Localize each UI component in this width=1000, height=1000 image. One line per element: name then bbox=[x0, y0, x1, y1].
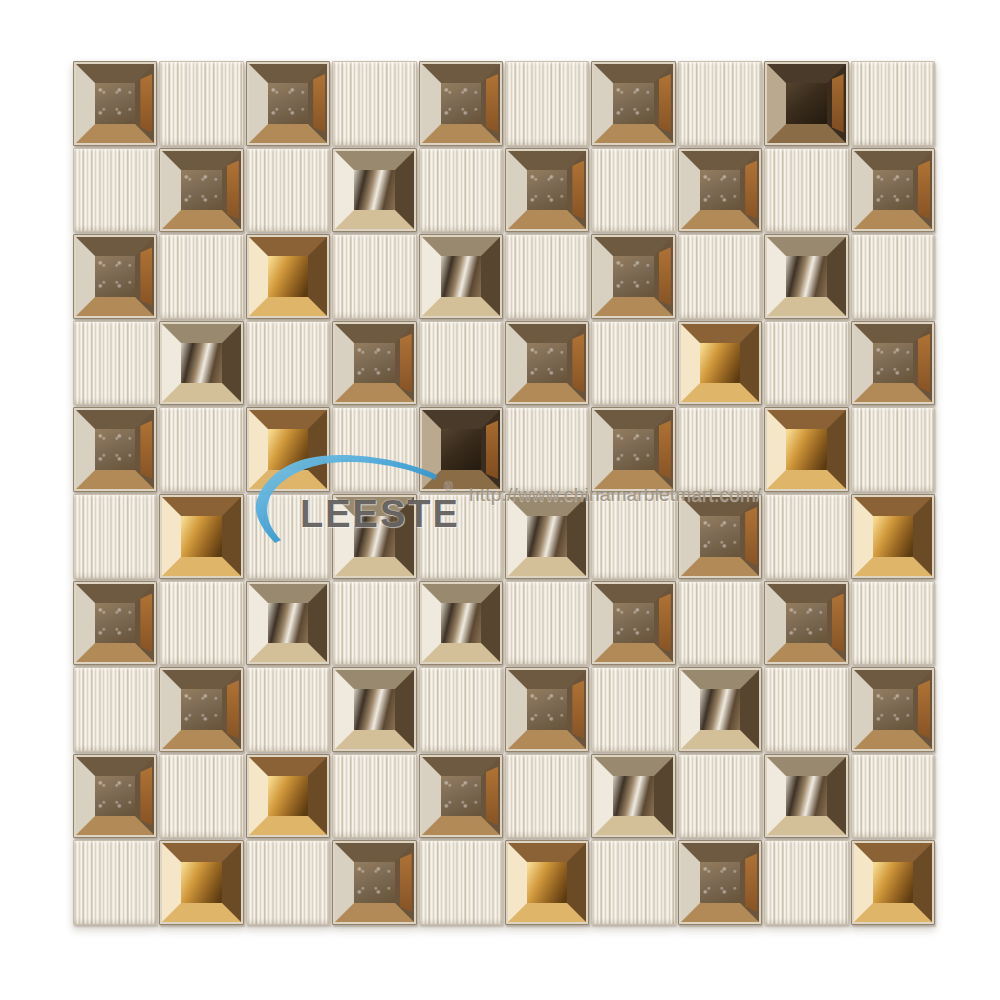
glass-face bbox=[700, 170, 740, 211]
glass-tile-r7c7 bbox=[591, 581, 675, 666]
metal-tile-r9c8 bbox=[678, 754, 762, 839]
metal-tile-r9c4 bbox=[332, 754, 416, 839]
glass-face bbox=[354, 343, 394, 384]
metal-tile-r3c2 bbox=[159, 234, 243, 319]
metal-tile-r5c2 bbox=[159, 407, 243, 492]
orange-reflection bbox=[140, 420, 152, 479]
glass-face bbox=[873, 170, 913, 211]
glass-tile-r3c9 bbox=[764, 234, 848, 319]
orange-reflection bbox=[140, 594, 152, 653]
glass-tile-r3c5 bbox=[419, 234, 503, 319]
orange-reflection bbox=[572, 161, 584, 220]
metal-tile-r7c10 bbox=[851, 581, 935, 666]
glass-face bbox=[95, 256, 135, 297]
orange-reflection bbox=[140, 767, 152, 826]
metal-tile-r2c7 bbox=[591, 148, 675, 233]
glass-tile-r9c9 bbox=[764, 754, 848, 839]
orange-reflection bbox=[400, 334, 412, 393]
glass-tile-r3c7 bbox=[591, 234, 675, 319]
glass-face bbox=[700, 689, 740, 730]
metal-tile-r7c6 bbox=[505, 581, 589, 666]
glass-tile-r7c1 bbox=[73, 581, 157, 666]
orange-reflection bbox=[745, 853, 757, 912]
glass-tile-r10c10 bbox=[851, 840, 935, 925]
glass-face bbox=[786, 256, 826, 297]
glass-tile-r6c10 bbox=[851, 494, 935, 579]
product-photo: LEESTE ® http://www.chinamarbletmart.com… bbox=[0, 0, 1000, 1000]
metal-tile-r2c5 bbox=[419, 148, 503, 233]
metal-tile-r3c10 bbox=[851, 234, 935, 319]
glass-face bbox=[268, 83, 308, 124]
glass-face bbox=[700, 862, 740, 903]
metal-tile-r10c3 bbox=[246, 840, 330, 925]
glass-tile-r8c10 bbox=[851, 667, 935, 752]
glass-face bbox=[181, 862, 221, 903]
orange-reflection bbox=[659, 247, 671, 306]
metal-tile-r3c6 bbox=[505, 234, 589, 319]
orange-reflection bbox=[400, 853, 412, 912]
metal-tile-r8c3 bbox=[246, 667, 330, 752]
glass-tile-r8c2 bbox=[159, 667, 243, 752]
metal-tile-r5c8 bbox=[678, 407, 762, 492]
glass-face bbox=[700, 343, 740, 384]
glass-tile-r10c4 bbox=[332, 840, 416, 925]
metal-tile-r1c4 bbox=[332, 61, 416, 146]
metal-tile-r4c7 bbox=[591, 321, 675, 406]
glass-face bbox=[268, 429, 308, 470]
orange-reflection bbox=[486, 420, 498, 479]
metal-tile-r1c6 bbox=[505, 61, 589, 146]
orange-reflection bbox=[572, 334, 584, 393]
glass-face bbox=[786, 603, 826, 644]
orange-reflection bbox=[227, 680, 239, 739]
metal-tile-r7c8 bbox=[678, 581, 762, 666]
glass-tile-r3c3 bbox=[246, 234, 330, 319]
glass-tile-r6c4 bbox=[332, 494, 416, 579]
glass-face bbox=[268, 603, 308, 644]
glass-face bbox=[873, 862, 913, 903]
glass-tile-r9c1 bbox=[73, 754, 157, 839]
orange-reflection bbox=[486, 767, 498, 826]
glass-face bbox=[441, 83, 481, 124]
metal-tile-r2c9 bbox=[764, 148, 848, 233]
glass-face bbox=[268, 256, 308, 297]
glass-face bbox=[527, 689, 567, 730]
metal-tile-r8c9 bbox=[764, 667, 848, 752]
glass-tile-r2c2 bbox=[159, 148, 243, 233]
glass-face bbox=[873, 516, 913, 557]
glass-tile-r1c3 bbox=[246, 61, 330, 146]
glass-face bbox=[527, 862, 567, 903]
glass-tile-r6c8 bbox=[678, 494, 762, 579]
metal-tile-r8c1 bbox=[73, 667, 157, 752]
glass-tile-r5c3 bbox=[246, 407, 330, 492]
metal-tile-r6c7 bbox=[591, 494, 675, 579]
metal-tile-r2c3 bbox=[246, 148, 330, 233]
glass-face bbox=[181, 170, 221, 211]
metal-tile-r4c5 bbox=[419, 321, 503, 406]
glass-face bbox=[95, 83, 135, 124]
glass-tile-r6c2 bbox=[159, 494, 243, 579]
orange-reflection bbox=[486, 74, 498, 133]
glass-face bbox=[95, 776, 135, 817]
glass-tile-r4c6 bbox=[505, 321, 589, 406]
glass-tile-r7c5 bbox=[419, 581, 503, 666]
metal-tile-r10c9 bbox=[764, 840, 848, 925]
glass-face bbox=[700, 516, 740, 557]
orange-reflection bbox=[659, 74, 671, 133]
glass-face bbox=[354, 516, 394, 557]
mosaic-board bbox=[73, 61, 935, 925]
metal-tile-r6c5 bbox=[419, 494, 503, 579]
glass-tile-r5c1 bbox=[73, 407, 157, 492]
glass-tile-r10c8 bbox=[678, 840, 762, 925]
glass-face bbox=[441, 603, 481, 644]
glass-tile-r8c8 bbox=[678, 667, 762, 752]
metal-tile-r8c7 bbox=[591, 667, 675, 752]
glass-face bbox=[613, 603, 653, 644]
metal-tile-r1c2 bbox=[159, 61, 243, 146]
metal-tile-r4c3 bbox=[246, 321, 330, 406]
glass-tile-r7c9 bbox=[764, 581, 848, 666]
orange-reflection bbox=[313, 74, 325, 133]
glass-tile-r1c1 bbox=[73, 61, 157, 146]
glass-face bbox=[181, 689, 221, 730]
glass-tile-r1c9 bbox=[764, 61, 848, 146]
glass-face bbox=[786, 776, 826, 817]
glass-tile-r2c8 bbox=[678, 148, 762, 233]
glass-tile-r2c4 bbox=[332, 148, 416, 233]
metal-tile-r10c1 bbox=[73, 840, 157, 925]
glass-face bbox=[873, 689, 913, 730]
glass-tile-r4c10 bbox=[851, 321, 935, 406]
metal-tile-r10c7 bbox=[591, 840, 675, 925]
glass-tile-r3c1 bbox=[73, 234, 157, 319]
glass-tile-r1c5 bbox=[419, 61, 503, 146]
glass-face bbox=[354, 170, 394, 211]
glass-tile-r5c5 bbox=[419, 407, 503, 492]
glass-tile-r4c8 bbox=[678, 321, 762, 406]
glass-tile-r1c7 bbox=[591, 61, 675, 146]
metal-tile-r3c8 bbox=[678, 234, 762, 319]
glass-face bbox=[786, 429, 826, 470]
metal-tile-r1c10 bbox=[851, 61, 935, 146]
orange-reflection bbox=[140, 74, 152, 133]
orange-reflection bbox=[659, 594, 671, 653]
metal-tile-r6c9 bbox=[764, 494, 848, 579]
metal-tile-r9c2 bbox=[159, 754, 243, 839]
orange-reflection bbox=[572, 680, 584, 739]
glass-tile-r4c2 bbox=[159, 321, 243, 406]
orange-reflection bbox=[918, 161, 930, 220]
glass-face bbox=[181, 516, 221, 557]
glass-face bbox=[613, 83, 653, 124]
metal-tile-r10c5 bbox=[419, 840, 503, 925]
glass-face bbox=[181, 343, 221, 384]
orange-reflection bbox=[659, 420, 671, 479]
metal-tile-r4c1 bbox=[73, 321, 157, 406]
metal-tile-r5c4 bbox=[332, 407, 416, 492]
metal-tile-r9c10 bbox=[851, 754, 935, 839]
glass-tile-r7c3 bbox=[246, 581, 330, 666]
metal-tile-r4c9 bbox=[764, 321, 848, 406]
metal-tile-r8c5 bbox=[419, 667, 503, 752]
orange-reflection bbox=[140, 247, 152, 306]
glass-face bbox=[786, 83, 826, 124]
glass-tile-r6c6 bbox=[505, 494, 589, 579]
glass-face bbox=[613, 429, 653, 470]
glass-tile-r9c5 bbox=[419, 754, 503, 839]
glass-face bbox=[527, 516, 567, 557]
glass-face bbox=[268, 776, 308, 817]
metal-tile-r7c4 bbox=[332, 581, 416, 666]
glass-tile-r5c7 bbox=[591, 407, 675, 492]
metal-tile-r9c6 bbox=[505, 754, 589, 839]
glass-tile-r2c6 bbox=[505, 148, 589, 233]
glass-face bbox=[527, 343, 567, 384]
glass-tile-r4c4 bbox=[332, 321, 416, 406]
glass-tile-r9c3 bbox=[246, 754, 330, 839]
metal-tile-r7c2 bbox=[159, 581, 243, 666]
metal-tile-r5c6 bbox=[505, 407, 589, 492]
glass-face bbox=[95, 603, 135, 644]
glass-face bbox=[527, 170, 567, 211]
glass-face bbox=[354, 862, 394, 903]
orange-reflection bbox=[227, 161, 239, 220]
orange-reflection bbox=[918, 334, 930, 393]
glass-face bbox=[354, 689, 394, 730]
glass-face bbox=[95, 429, 135, 470]
glass-face bbox=[441, 429, 481, 470]
glass-face bbox=[613, 776, 653, 817]
glass-tile-r2c10 bbox=[851, 148, 935, 233]
glass-tile-r5c9 bbox=[764, 407, 848, 492]
metal-tile-r1c8 bbox=[678, 61, 762, 146]
orange-reflection bbox=[745, 507, 757, 566]
glass-tile-r8c4 bbox=[332, 667, 416, 752]
metal-tile-r2c1 bbox=[73, 148, 157, 233]
metal-tile-r3c4 bbox=[332, 234, 416, 319]
glass-tile-r8c6 bbox=[505, 667, 589, 752]
glass-face bbox=[441, 776, 481, 817]
orange-reflection bbox=[745, 161, 757, 220]
orange-reflection bbox=[832, 594, 844, 653]
glass-tile-r9c7 bbox=[591, 754, 675, 839]
orange-reflection bbox=[918, 680, 930, 739]
glass-tile-r10c6 bbox=[505, 840, 589, 925]
glass-tile-r10c2 bbox=[159, 840, 243, 925]
orange-reflection bbox=[832, 74, 844, 133]
glass-face bbox=[613, 256, 653, 297]
metal-tile-r5c10 bbox=[851, 407, 935, 492]
glass-face bbox=[873, 343, 913, 384]
metal-tile-r6c3 bbox=[246, 494, 330, 579]
glass-face bbox=[441, 256, 481, 297]
metal-tile-r6c1 bbox=[73, 494, 157, 579]
